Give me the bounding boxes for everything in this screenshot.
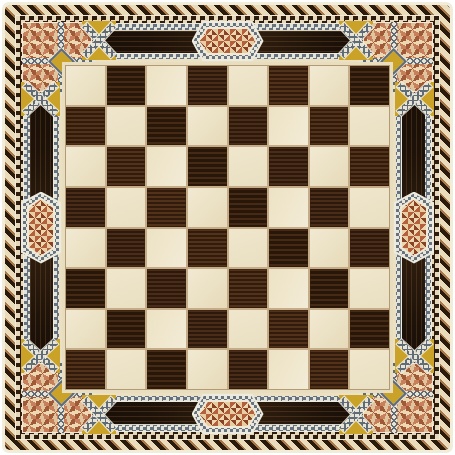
- star-mosaic-arm-vertical: [394, 363, 433, 433]
- square-f3[interactable]: [269, 269, 308, 308]
- square-g1[interactable]: [310, 350, 349, 389]
- square-f1[interactable]: [269, 350, 308, 389]
- square-d6[interactable]: [188, 147, 227, 186]
- square-h8[interactable]: [350, 66, 389, 105]
- square-b2[interactable]: [107, 310, 146, 349]
- square-c6[interactable]: [147, 147, 186, 186]
- square-h2[interactable]: [350, 310, 389, 349]
- square-g3[interactable]: [310, 269, 349, 308]
- medallion-right: [394, 192, 434, 264]
- lattice-cross-junction-horizontal: [82, 21, 116, 60]
- square-a5[interactable]: [66, 188, 105, 227]
- square-h5[interactable]: [350, 188, 389, 227]
- square-a2[interactable]: [66, 310, 105, 349]
- medallion-top: [192, 21, 264, 61]
- square-a8[interactable]: [66, 66, 105, 105]
- square-h3[interactable]: [350, 269, 389, 308]
- square-a4[interactable]: [66, 229, 105, 268]
- board-squares: [65, 65, 390, 390]
- square-b5[interactable]: [107, 188, 146, 227]
- square-b1[interactable]: [107, 350, 146, 389]
- square-e6[interactable]: [229, 147, 268, 186]
- square-g8[interactable]: [310, 66, 349, 105]
- square-c5[interactable]: [147, 188, 186, 227]
- square-b3[interactable]: [107, 269, 146, 308]
- lattice-cross-junction-vertical: [21, 82, 60, 116]
- square-e7[interactable]: [229, 107, 268, 146]
- square-c4[interactable]: [147, 229, 186, 268]
- lattice-cross-junction-vertical: [395, 82, 434, 116]
- square-d4[interactable]: [188, 229, 227, 268]
- square-b6[interactable]: [107, 147, 146, 186]
- lattice-cross-junction-vertical: [395, 339, 434, 373]
- square-a6[interactable]: [66, 147, 105, 186]
- chessboard: [0, 0, 455, 455]
- square-d8[interactable]: [188, 66, 227, 105]
- square-f2[interactable]: [269, 310, 308, 349]
- lattice-cross-junction-horizontal: [339, 21, 373, 60]
- square-d2[interactable]: [188, 310, 227, 349]
- square-g4[interactable]: [310, 229, 349, 268]
- square-b7[interactable]: [107, 107, 146, 146]
- square-f6[interactable]: [269, 147, 308, 186]
- square-c3[interactable]: [147, 269, 186, 308]
- square-f5[interactable]: [269, 188, 308, 227]
- square-h4[interactable]: [350, 229, 389, 268]
- board-frame: [2, 2, 453, 453]
- square-a3[interactable]: [66, 269, 105, 308]
- lattice-cross-junction-horizontal: [82, 395, 116, 434]
- square-e8[interactable]: [229, 66, 268, 105]
- square-g7[interactable]: [310, 107, 349, 146]
- lattice-cross-junction-horizontal: [339, 395, 373, 434]
- square-e3[interactable]: [229, 269, 268, 308]
- square-h1[interactable]: [350, 350, 389, 389]
- square-d1[interactable]: [188, 350, 227, 389]
- lattice-cross-junction-vertical: [21, 339, 60, 373]
- square-g6[interactable]: [310, 147, 349, 186]
- square-f4[interactable]: [269, 229, 308, 268]
- medallion-bottom: [192, 394, 264, 434]
- square-h6[interactable]: [350, 147, 389, 186]
- medallion-left: [21, 192, 61, 264]
- square-c1[interactable]: [147, 350, 186, 389]
- square-a1[interactable]: [66, 350, 105, 389]
- square-e1[interactable]: [229, 350, 268, 389]
- square-a7[interactable]: [66, 107, 105, 146]
- square-f7[interactable]: [269, 107, 308, 146]
- square-e5[interactable]: [229, 188, 268, 227]
- square-b4[interactable]: [107, 229, 146, 268]
- square-d3[interactable]: [188, 269, 227, 308]
- square-g5[interactable]: [310, 188, 349, 227]
- square-d5[interactable]: [188, 188, 227, 227]
- square-h7[interactable]: [350, 107, 389, 146]
- square-c2[interactable]: [147, 310, 186, 349]
- square-c7[interactable]: [147, 107, 186, 146]
- square-c8[interactable]: [147, 66, 186, 105]
- square-e2[interactable]: [229, 310, 268, 349]
- square-e4[interactable]: [229, 229, 268, 268]
- square-f8[interactable]: [269, 66, 308, 105]
- square-g2[interactable]: [310, 310, 349, 349]
- playing-field: [62, 62, 393, 393]
- square-b8[interactable]: [107, 66, 146, 105]
- square-d7[interactable]: [188, 107, 227, 146]
